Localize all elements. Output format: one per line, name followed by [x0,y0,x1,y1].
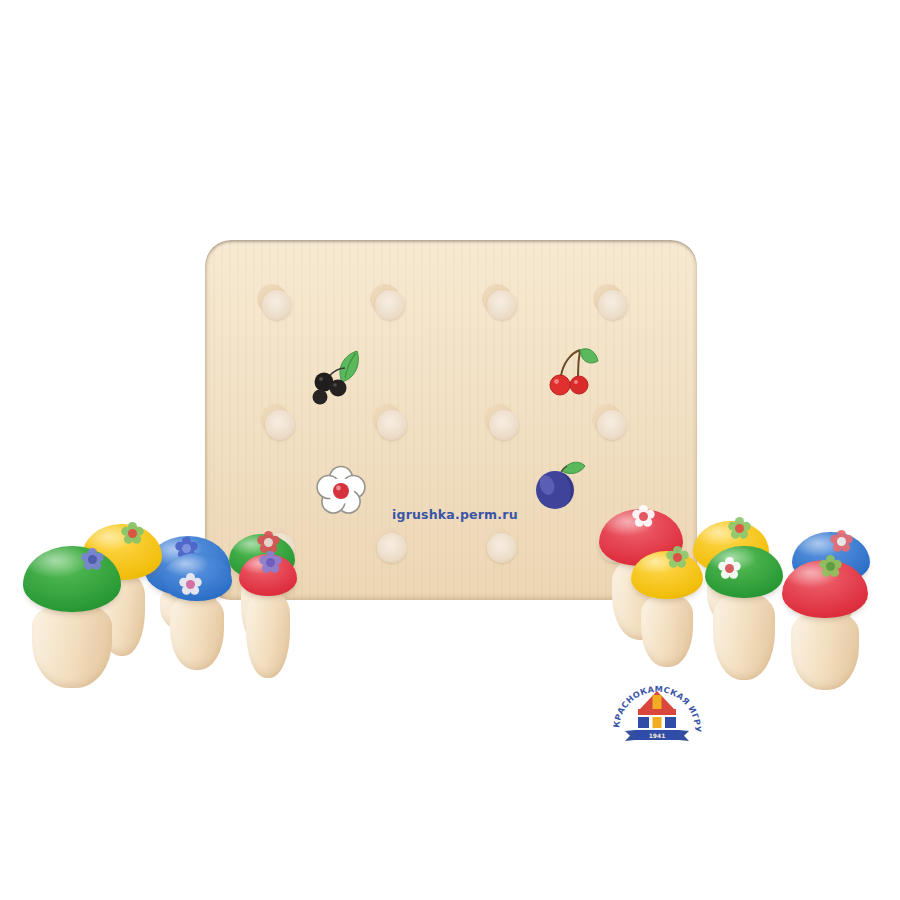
mushroom-cap-blue [162,553,232,601]
toy-scene: КРАСНОКАМСКАЯ ИГРУШКА 1941 igrushka.perm… [0,0,900,900]
logo-website-text: igrushka.perm.ru [392,507,512,522]
logo-banner-year: 1941 [649,732,666,739]
mushroom-green-L-green-large-front[interactable] [23,546,121,688]
mushroom-stem [713,594,775,680]
cap-flower-decal [673,553,682,562]
peg-r2c2[interactable] [377,410,407,440]
mushroom-red-L-red-front[interactable] [239,554,297,678]
peg-r1c3[interactable] [487,290,517,320]
mushroom-stem [170,596,224,670]
mushroom-cap-red [239,554,297,596]
mushroom-blue-L-blue-small-front[interactable] [162,553,232,670]
mushroom-yellow-R-yellow-front[interactable] [631,551,703,667]
plum-print-icon [528,458,586,512]
peg-r2c4[interactable] [597,410,627,440]
peg-r1c2[interactable] [375,290,405,320]
mushroom-stem [246,592,290,678]
cap-flower-decal [826,562,835,571]
flower-print-icon [313,463,369,519]
mushroom-green-R-green-front[interactable] [705,546,783,680]
mushroom-cap-red [782,560,868,618]
mushroom-cap-green [705,546,783,598]
cap-flower-decal [837,537,846,546]
peg-r2c1[interactable] [265,410,295,440]
mushroom-stem [791,612,859,690]
mushroom-cap-yellow [631,551,703,599]
cap-flower-decal [639,512,648,521]
brand-logo: КРАСНОКАМСКАЯ ИГРУШКА 1941 [606,676,708,746]
mushroom-stem [32,604,112,688]
mushroom-cap-green [23,546,121,612]
cap-flower-decal [264,538,273,547]
cap-flower-decal [735,524,744,533]
mushroom-stem [641,595,693,667]
cap-flower-decal [266,558,275,567]
cherries-print-icon [542,342,600,404]
cap-flower-decal [186,580,195,589]
peg-r3c3[interactable] [487,533,517,563]
cap-flower-decal [88,555,97,564]
logo-block-house [638,691,676,728]
peg-r1c4[interactable] [598,290,628,320]
mushroom-red-R-red-large-front[interactable] [782,560,868,690]
logo-banner: 1941 [625,730,689,741]
peg-r2c3[interactable] [489,410,519,440]
peg-r1c1[interactable] [262,290,292,320]
cap-flower-decal [182,544,191,553]
blackcurrant-print-icon [305,348,365,412]
cap-flower-decal [725,564,734,573]
peg-r3c2[interactable] [377,533,407,563]
cap-flower-decal [128,529,137,538]
